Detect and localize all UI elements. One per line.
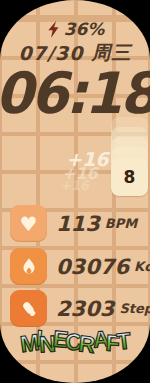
flame-tile	[10, 248, 47, 285]
merge-popup: +16	[60, 178, 89, 193]
time-display: 06:18	[3, 62, 147, 124]
calories-row[interactable]: 03076 Kcal	[10, 248, 145, 285]
heart-icon: ♥	[20, 214, 38, 234]
heart-rate-unit: BPM	[105, 216, 137, 231]
minecraft-logo: MINECRAFT	[0, 320, 150, 360]
battery-status: 36%	[0, 18, 150, 40]
steps-unit: Steps	[119, 301, 150, 316]
steps-value: 2303	[56, 297, 114, 321]
calories-value: 03076	[56, 255, 129, 279]
steps-icon	[18, 298, 40, 320]
heart-rate-row[interactable]: ♥ 113 BPM	[10, 205, 145, 242]
flame-icon	[18, 256, 40, 278]
heart-tile: ♥	[10, 205, 47, 242]
tile-stack[interactable]: 8	[111, 117, 148, 196]
watch-screen: 36% 07/30 周三 06:18 +16 +16 +16 8 ♥ 113 B…	[0, 0, 150, 383]
heart-rate-value: 113	[56, 212, 100, 236]
tile-8[interactable]: 8	[111, 158, 148, 196]
calories-unit: Kcal	[134, 259, 150, 274]
battery-percent: 36%	[64, 19, 105, 39]
lightning-bolt-icon	[46, 20, 60, 39]
logo-letter: T	[116, 327, 132, 355]
